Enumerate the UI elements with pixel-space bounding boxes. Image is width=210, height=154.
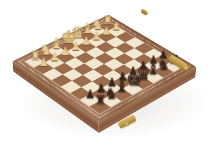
piece-black-rook[interactable]: ♜ — [93, 94, 108, 107]
board-grid: ♜♞♝♚♛♝♞♜♟♟♟♟♟♟♟♟♟♟♟♟♟♟♟♟♜♞♝♚♛♝♞♜ — [25, 21, 183, 113]
board-scene: ♜♞♝♚♛♝♞♜♟♟♟♟♟♟♟♟♟♟♟♟♟♟♟♟♜♞♝♚♛♝♞♜ — [0, 0, 210, 154]
piece-white-pawn[interactable]: ♟ — [37, 57, 51, 68]
chess-box: ♜♞♝♚♛♝♞♜♟♟♟♟♟♟♟♟♟♟♟♟♟♟♟♟♜♞♝♚♛♝♞♜ — [13, 15, 197, 122]
product-photo: ♜♞♝♚♛♝♞♜♟♟♟♟♟♟♟♟♟♟♟♟♟♟♟♟♜♞♝♚♛♝♞♜ — [0, 0, 210, 154]
